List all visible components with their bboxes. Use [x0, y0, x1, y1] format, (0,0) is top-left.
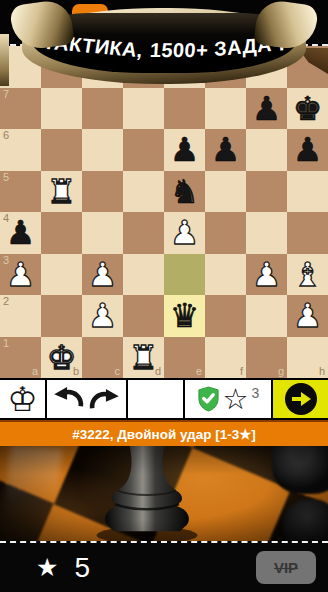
ribbon-curl-left — [9, 0, 75, 52]
square-d5[interactable] — [123, 171, 164, 213]
square-f5[interactable] — [205, 171, 246, 213]
square-g2[interactable] — [246, 295, 287, 337]
ribbon-curl-right — [253, 0, 319, 52]
square-a5[interactable]: 5 — [0, 171, 41, 213]
file-label-a: a — [32, 366, 38, 377]
file-label-d: d — [155, 366, 161, 377]
square-g4[interactable] — [246, 212, 287, 254]
rank-label-5: 5 — [3, 172, 9, 183]
difficulty-star-count: 3 — [252, 385, 260, 401]
square-a4[interactable]: 4♟ — [0, 212, 41, 254]
undo-redo-group — [47, 380, 126, 418]
next-arrow-icon — [291, 392, 311, 406]
file-label-b: b — [73, 366, 79, 377]
square-e1[interactable]: e — [164, 337, 205, 379]
square-b5[interactable]: ♜ — [41, 171, 82, 213]
white-pawn[interactable]: ♟ — [88, 299, 118, 332]
next-arrow-circle — [285, 383, 317, 415]
square-e2[interactable]: ♛ — [164, 295, 205, 337]
black-pawn[interactable]: ♟ — [211, 133, 241, 166]
white-rook[interactable]: ♜ — [129, 341, 159, 374]
next-puzzle-button[interactable] — [273, 380, 328, 418]
photo-vignette — [0, 446, 328, 541]
redo-button[interactable] — [89, 388, 121, 410]
white-pawn[interactable]: ♟ — [88, 258, 118, 291]
square-h2[interactable]: ♟ — [287, 295, 328, 337]
square-d4[interactable] — [123, 212, 164, 254]
puzzle-status-bar: #3222, Двойной удар [1-3★] — [0, 420, 328, 446]
star-balance-icon: ★ — [36, 555, 58, 580]
square-h5[interactable] — [287, 171, 328, 213]
square-c2[interactable]: ♟ — [82, 295, 123, 337]
white-pawn[interactable]: ♟ — [6, 258, 36, 291]
square-b2[interactable] — [41, 295, 82, 337]
black-pawn[interactable]: ♟ — [6, 216, 36, 249]
rank-label-1: 1 — [3, 338, 9, 349]
square-h4[interactable] — [287, 212, 328, 254]
square-h1[interactable]: h — [287, 337, 328, 379]
white-bishop[interactable]: ♝ — [293, 258, 323, 291]
difficulty-star-icon: ☆ — [223, 385, 249, 414]
rank-label-2: 2 — [3, 296, 9, 307]
rating-group: ☆ 3 — [185, 380, 271, 418]
square-f4[interactable] — [205, 212, 246, 254]
file-label-f: f — [240, 366, 243, 377]
rank-label-6: 6 — [3, 130, 9, 141]
square-b6[interactable] — [41, 129, 82, 171]
square-g1[interactable]: g — [246, 337, 287, 379]
square-b4[interactable] — [41, 212, 82, 254]
banner-ribbon: ТАКТИКА, 1500+ ЗАДАЧ — [0, 0, 328, 96]
undo-icon — [52, 386, 84, 408]
square-e5[interactable]: ♞ — [164, 171, 205, 213]
rank-label-4: 4 — [3, 213, 9, 224]
file-label-e: e — [196, 366, 202, 377]
toolbar-spacer — [128, 380, 183, 418]
black-queen[interactable]: ♛ — [170, 299, 200, 332]
square-g5[interactable] — [246, 171, 287, 213]
square-h6[interactable]: ♟ — [287, 129, 328, 171]
rank-label-3: 3 — [3, 255, 9, 266]
square-c5[interactable] — [82, 171, 123, 213]
app-screen: И 87♟♚6♟♟♟5♜♞4♟♟3♟♟♟♝2♟♛♟1ab♚cd♜efgh ТАК… — [0, 0, 328, 592]
white-pawn[interactable]: ♟ — [252, 258, 282, 291]
banner-word: 1500+ — [149, 39, 209, 62]
square-c1[interactable]: c — [82, 337, 123, 379]
square-f2[interactable] — [205, 295, 246, 337]
black-pawn[interactable]: ♟ — [293, 133, 323, 166]
square-e3[interactable] — [164, 254, 205, 296]
redo-icon — [89, 388, 121, 410]
square-g3[interactable]: ♟ — [246, 254, 287, 296]
black-knight[interactable]: ♞ — [170, 175, 200, 208]
white-king-icon: ♔ — [7, 382, 37, 416]
square-c6[interactable] — [82, 129, 123, 171]
black-pawn[interactable]: ♟ — [170, 133, 200, 166]
square-a1[interactable]: 1a — [0, 337, 41, 379]
star-balance-count: 5 — [74, 554, 90, 582]
footer-bar: ★ 5 VIP — [0, 541, 328, 592]
square-e6[interactable]: ♟ — [164, 129, 205, 171]
square-d2[interactable] — [123, 295, 164, 337]
file-label-c: c — [115, 366, 121, 377]
toolbar: ♔ ☆ 3 — [0, 378, 328, 420]
square-a6[interactable]: 6 — [0, 129, 41, 171]
square-c3[interactable]: ♟ — [82, 254, 123, 296]
undo-button[interactable] — [52, 386, 84, 412]
chess-photo-banner — [0, 446, 328, 541]
square-b1[interactable]: b♚ — [41, 337, 82, 379]
white-pawn[interactable]: ♟ — [293, 299, 323, 332]
white-pawn[interactable]: ♟ — [170, 216, 200, 249]
solved-shield-icon — [197, 386, 220, 412]
square-d1[interactable]: d♜ — [123, 337, 164, 379]
square-d3[interactable] — [123, 254, 164, 296]
square-a3[interactable]: 3♟ — [0, 254, 41, 296]
square-d6[interactable] — [123, 129, 164, 171]
square-e4[interactable]: ♟ — [164, 212, 205, 254]
file-label-g: g — [278, 366, 284, 377]
square-c4[interactable] — [82, 212, 123, 254]
square-g6[interactable] — [246, 129, 287, 171]
ribbon-tail-left — [0, 34, 9, 86]
square-f1[interactable]: f — [205, 337, 246, 379]
square-a2[interactable]: 2 — [0, 295, 41, 337]
puzzle-title: #3222, Двойной удар [1-3★] — [72, 426, 256, 442]
square-f6[interactable]: ♟ — [205, 129, 246, 171]
vip-button[interactable]: VIP — [256, 551, 316, 584]
king-piece-button[interactable]: ♔ — [0, 380, 45, 418]
square-f3[interactable] — [205, 254, 246, 296]
black-pawn[interactable]: ♟ — [252, 92, 282, 125]
vip-label: VIP — [274, 559, 298, 576]
square-h3[interactable]: ♝ — [287, 254, 328, 296]
square-b3[interactable] — [41, 254, 82, 296]
white-rook[interactable]: ♜ — [47, 175, 77, 208]
white-king[interactable]: ♚ — [47, 341, 77, 374]
black-king[interactable]: ♚ — [293, 92, 323, 125]
file-label-h: h — [319, 366, 325, 377]
